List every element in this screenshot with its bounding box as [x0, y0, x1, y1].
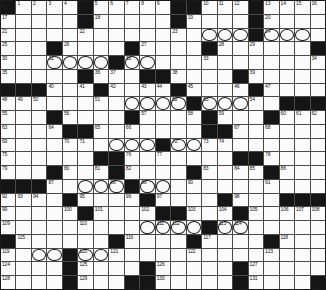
white-square[interactable] [94, 276, 108, 289]
white-square[interactable] [218, 15, 232, 28]
white-square[interactable]: 28 [218, 42, 232, 55]
white-square[interactable]: 117 [202, 235, 216, 248]
white-square[interactable] [16, 139, 30, 152]
white-square[interactable] [187, 221, 201, 234]
white-square[interactable]: 80 [63, 166, 77, 179]
white-square[interactable] [125, 207, 139, 220]
white-square[interactable] [280, 262, 294, 275]
white-square[interactable]: 3 [47, 1, 61, 14]
white-square[interactable] [47, 276, 61, 289]
white-square[interactable] [264, 262, 278, 275]
white-square[interactable] [109, 111, 123, 124]
white-square[interactable] [311, 15, 325, 28]
white-square[interactable] [187, 42, 201, 55]
white-square[interactable]: 8 [140, 1, 154, 14]
white-square[interactable]: 63 [1, 125, 15, 138]
white-square[interactable] [187, 139, 201, 152]
white-square[interactable]: 32 [125, 56, 139, 69]
white-square[interactable]: 23 [171, 29, 185, 42]
white-square[interactable] [295, 235, 309, 248]
white-square[interactable]: 43 [140, 84, 154, 97]
white-square[interactable]: 79 [1, 166, 15, 179]
white-square[interactable] [171, 152, 185, 165]
white-square[interactable] [280, 125, 294, 138]
white-square[interactable] [78, 235, 92, 248]
white-square[interactable] [47, 207, 61, 220]
white-square[interactable]: 105 [249, 207, 263, 220]
white-square[interactable]: 98 [233, 194, 247, 207]
white-square[interactable]: 12 [233, 1, 247, 14]
white-square[interactable]: 119 [1, 249, 15, 262]
white-square[interactable] [63, 84, 77, 97]
white-square[interactable] [78, 111, 92, 124]
white-square[interactable] [156, 42, 170, 55]
white-square[interactable] [249, 125, 263, 138]
white-square[interactable] [109, 139, 123, 152]
white-square[interactable]: 57 [140, 111, 154, 124]
white-square[interactable] [233, 97, 247, 110]
white-square[interactable]: 77 [156, 152, 170, 165]
white-square[interactable] [16, 221, 30, 234]
white-square[interactable] [218, 152, 232, 165]
white-square[interactable]: 19 [187, 15, 201, 28]
white-square[interactable]: 66 [125, 125, 139, 138]
white-square[interactable] [202, 207, 216, 220]
white-square[interactable]: 70 [63, 139, 77, 152]
white-square[interactable] [295, 125, 309, 138]
white-square[interactable] [32, 262, 46, 275]
white-square[interactable]: 49 [16, 97, 30, 110]
white-square[interactable]: 48 [1, 97, 15, 110]
white-square[interactable] [171, 235, 185, 248]
white-square[interactable] [156, 56, 170, 69]
white-square[interactable] [47, 97, 61, 110]
white-square[interactable] [171, 111, 185, 124]
white-square[interactable]: 61 [295, 111, 309, 124]
white-square[interactable] [94, 249, 108, 262]
white-square[interactable] [125, 249, 139, 262]
white-square[interactable] [16, 166, 30, 179]
white-square[interactable]: 102 [140, 207, 154, 220]
white-square[interactable] [295, 249, 309, 262]
white-square[interactable]: 55 [1, 111, 15, 124]
white-square[interactable]: 85 [249, 166, 263, 179]
white-square[interactable] [140, 29, 154, 42]
white-square[interactable] [78, 180, 92, 193]
white-square[interactable] [109, 207, 123, 220]
white-square[interactable]: 37 [109, 70, 123, 83]
white-square[interactable] [280, 15, 294, 28]
white-square[interactable] [32, 15, 46, 28]
white-square[interactable]: 83 [202, 166, 216, 179]
white-square[interactable] [94, 42, 108, 55]
white-square[interactable]: 124 [1, 262, 15, 275]
white-square[interactable] [171, 194, 185, 207]
white-square[interactable] [187, 194, 201, 207]
white-square[interactable] [295, 152, 309, 165]
white-square[interactable] [63, 97, 77, 110]
white-square[interactable] [295, 139, 309, 152]
white-square[interactable] [280, 249, 294, 262]
white-square[interactable] [47, 70, 61, 83]
white-square[interactable]: 17 [1, 15, 15, 28]
white-square[interactable] [16, 111, 30, 124]
white-square[interactable]: 123 [264, 249, 278, 262]
white-square[interactable] [94, 180, 108, 193]
white-square[interactable]: 107 [295, 207, 309, 220]
white-square[interactable] [78, 97, 92, 110]
white-square[interactable] [109, 15, 123, 28]
white-square[interactable] [202, 276, 216, 289]
white-square[interactable] [32, 29, 46, 42]
white-square[interactable] [280, 70, 294, 83]
white-square[interactable]: 91 [264, 180, 278, 193]
white-square[interactable]: 76 [125, 152, 139, 165]
white-square[interactable]: 127 [249, 262, 263, 275]
white-square[interactable] [109, 194, 123, 207]
white-square[interactable] [280, 84, 294, 97]
white-square[interactable]: 26 [63, 42, 77, 55]
white-square[interactable]: 92 [1, 194, 15, 207]
white-square[interactable] [47, 235, 61, 248]
white-square[interactable] [156, 15, 170, 28]
white-square[interactable] [140, 221, 154, 234]
white-square[interactable]: 74 [218, 139, 232, 152]
white-square[interactable] [32, 235, 46, 248]
white-square[interactable]: 40 [47, 84, 61, 97]
white-square[interactable] [218, 166, 232, 179]
white-square[interactable] [140, 15, 154, 28]
white-square[interactable]: 97 [156, 194, 170, 207]
white-square[interactable] [16, 276, 30, 289]
white-square[interactable] [202, 29, 216, 42]
white-square[interactable]: 72 [171, 139, 185, 152]
white-square[interactable]: 111 [156, 221, 170, 234]
white-square[interactable]: 73 [202, 139, 216, 152]
white-square[interactable] [202, 70, 216, 83]
white-square[interactable]: 104 [218, 207, 232, 220]
white-square[interactable]: 53 [202, 97, 216, 110]
white-square[interactable]: 109 [1, 221, 15, 234]
white-square[interactable] [125, 97, 139, 110]
white-square[interactable]: 51 [94, 97, 108, 110]
white-square[interactable] [94, 235, 108, 248]
white-square[interactable] [233, 42, 247, 55]
white-square[interactable] [295, 276, 309, 289]
white-square[interactable] [264, 207, 278, 220]
white-square[interactable] [218, 276, 232, 289]
white-square[interactable]: 68 [264, 125, 278, 138]
white-square[interactable]: 90 [187, 180, 201, 193]
white-square[interactable] [140, 249, 154, 262]
white-square[interactable]: 16 [311, 1, 325, 14]
white-square[interactable] [156, 235, 170, 248]
white-square[interactable]: 35 [1, 70, 15, 83]
white-square[interactable] [171, 125, 185, 138]
white-square[interactable]: 131 [249, 276, 263, 289]
white-square[interactable] [109, 42, 123, 55]
white-square[interactable] [140, 235, 154, 248]
white-square[interactable] [63, 70, 77, 83]
white-square[interactable] [78, 42, 92, 55]
white-square[interactable] [233, 56, 247, 69]
white-square[interactable] [63, 56, 77, 69]
white-square[interactable] [78, 166, 92, 179]
white-square[interactable] [249, 249, 263, 262]
white-square[interactable]: 64 [47, 125, 61, 138]
white-square[interactable]: 93 [16, 194, 30, 207]
white-square[interactable] [125, 84, 139, 97]
white-square[interactable] [47, 249, 61, 262]
white-square[interactable]: 59 [218, 111, 232, 124]
white-square[interactable] [32, 249, 46, 262]
white-square[interactable]: 21 [1, 29, 15, 42]
white-square[interactable]: 99 [1, 207, 15, 220]
white-square[interactable] [202, 15, 216, 28]
white-square[interactable] [311, 70, 325, 83]
white-square[interactable] [140, 125, 154, 138]
white-square[interactable]: 31 [47, 56, 61, 69]
white-square[interactable]: 96 [125, 194, 139, 207]
white-square[interactable] [280, 152, 294, 165]
white-square[interactable]: 78 [264, 152, 278, 165]
white-square[interactable] [109, 221, 123, 234]
white-square[interactable] [109, 125, 123, 138]
white-square[interactable] [63, 29, 77, 42]
white-square[interactable]: 86 [280, 166, 294, 179]
white-square[interactable] [280, 180, 294, 193]
white-square[interactable]: 115 [16, 235, 30, 248]
white-square[interactable] [109, 262, 123, 275]
white-square[interactable] [16, 125, 30, 138]
white-square[interactable]: 6 [109, 1, 123, 14]
white-square[interactable] [249, 194, 263, 207]
white-square[interactable]: 130 [156, 276, 170, 289]
white-square[interactable] [295, 56, 309, 69]
white-square[interactable] [109, 97, 123, 110]
white-square[interactable] [32, 42, 46, 55]
white-square[interactable] [233, 180, 247, 193]
white-square[interactable] [16, 42, 30, 55]
white-square[interactable]: 71 [78, 139, 92, 152]
white-square[interactable] [78, 56, 92, 69]
white-square[interactable]: 30 [1, 56, 15, 69]
white-square[interactable] [47, 221, 61, 234]
white-square[interactable] [264, 276, 278, 289]
white-square[interactable] [264, 42, 278, 55]
white-square[interactable] [47, 262, 61, 275]
white-square[interactable] [16, 56, 30, 69]
white-square[interactable]: 44 [156, 84, 170, 97]
white-square[interactable] [311, 29, 325, 42]
white-square[interactable]: 34 [311, 56, 325, 69]
white-square[interactable] [156, 29, 170, 42]
white-square[interactable] [47, 139, 61, 152]
white-square[interactable]: 116 [125, 235, 139, 248]
white-square[interactable] [202, 249, 216, 262]
white-square[interactable] [171, 249, 185, 262]
white-square[interactable] [249, 111, 263, 124]
white-square[interactable] [32, 166, 46, 179]
white-square[interactable]: 15 [295, 1, 309, 14]
white-square[interactable] [125, 70, 139, 83]
white-square[interactable]: 121 [109, 249, 123, 262]
white-square[interactable] [311, 180, 325, 193]
white-square[interactable] [311, 235, 325, 248]
white-square[interactable] [32, 111, 46, 124]
white-square[interactable] [125, 139, 139, 152]
white-square[interactable]: 95 [78, 194, 92, 207]
white-square[interactable] [32, 56, 46, 69]
white-square[interactable]: 82 [125, 166, 139, 179]
white-square[interactable] [125, 221, 139, 234]
white-square[interactable] [140, 97, 154, 110]
white-square[interactable] [171, 276, 185, 289]
white-square[interactable] [311, 139, 325, 152]
white-square[interactable] [295, 42, 309, 55]
white-square[interactable]: 20 [264, 15, 278, 28]
white-square[interactable] [280, 276, 294, 289]
white-square[interactable] [16, 70, 30, 83]
white-square[interactable] [32, 221, 46, 234]
white-square[interactable] [47, 15, 61, 28]
white-square[interactable]: 46 [233, 84, 247, 97]
white-square[interactable] [249, 235, 263, 248]
white-square[interactable] [94, 139, 108, 152]
white-square[interactable] [202, 262, 216, 275]
white-square[interactable]: 1 [16, 1, 30, 14]
white-square[interactable] [264, 70, 278, 83]
white-square[interactable]: 125 [78, 262, 92, 275]
white-square[interactable]: 27 [140, 42, 154, 55]
white-square[interactable] [63, 221, 77, 234]
white-square[interactable] [187, 152, 201, 165]
white-square[interactable] [47, 194, 61, 207]
white-square[interactable]: 110 [78, 221, 92, 234]
white-square[interactable] [171, 262, 185, 275]
white-square[interactable]: 2 [32, 1, 46, 14]
white-square[interactable]: 75 [1, 152, 15, 165]
white-square[interactable] [16, 249, 30, 262]
white-square[interactable] [171, 56, 185, 69]
white-square[interactable] [156, 249, 170, 262]
white-square[interactable]: 25 [1, 42, 15, 55]
white-square[interactable] [218, 235, 232, 248]
white-square[interactable] [32, 70, 46, 83]
white-square[interactable] [280, 221, 294, 234]
white-square[interactable]: 42 [109, 84, 123, 97]
white-square[interactable]: 56 [63, 111, 77, 124]
white-square[interactable] [202, 84, 216, 97]
white-square[interactable]: 101 [94, 207, 108, 220]
white-square[interactable] [295, 15, 309, 28]
white-square[interactable]: 18 [94, 15, 108, 28]
white-square[interactable]: 7 [125, 1, 139, 14]
white-square[interactable] [264, 221, 278, 234]
white-square[interactable]: 52 [171, 97, 185, 110]
white-square[interactable] [218, 84, 232, 97]
white-square[interactable] [32, 139, 46, 152]
white-square[interactable]: 58 [187, 111, 201, 124]
white-square[interactable] [171, 42, 185, 55]
white-square[interactable]: 24 [264, 29, 278, 42]
white-square[interactable] [187, 125, 201, 138]
white-square[interactable] [264, 194, 278, 207]
white-square[interactable] [140, 56, 154, 69]
white-square[interactable]: 67 [233, 125, 247, 138]
white-square[interactable] [94, 262, 108, 275]
white-square[interactable] [295, 180, 309, 193]
white-square[interactable] [32, 276, 46, 289]
white-square[interactable] [202, 152, 216, 165]
white-square[interactable]: 100 [63, 207, 77, 220]
white-square[interactable]: 120 [78, 249, 92, 262]
white-square[interactable] [280, 42, 294, 55]
white-square[interactable] [94, 29, 108, 42]
white-square[interactable] [218, 180, 232, 193]
white-square[interactable]: 118 [280, 235, 294, 248]
white-square[interactable] [218, 29, 232, 42]
white-square[interactable] [233, 29, 247, 42]
white-square[interactable]: 94 [32, 194, 46, 207]
white-square[interactable] [32, 125, 46, 138]
white-square[interactable] [295, 166, 309, 179]
white-square[interactable] [63, 152, 77, 165]
white-square[interactable] [16, 15, 30, 28]
white-square[interactable]: 29 [249, 42, 263, 55]
white-square[interactable] [140, 166, 154, 179]
white-square[interactable] [311, 249, 325, 262]
white-square[interactable] [156, 97, 170, 110]
white-square[interactable] [233, 111, 247, 124]
white-square[interactable] [202, 180, 216, 193]
white-square[interactable]: 114 [233, 221, 247, 234]
white-square[interactable] [78, 152, 92, 165]
white-square[interactable]: 65 [94, 125, 108, 138]
white-square[interactable] [63, 235, 77, 248]
white-square[interactable] [311, 84, 325, 97]
white-square[interactable] [280, 56, 294, 69]
white-square[interactable]: 5 [94, 1, 108, 14]
white-square[interactable] [171, 166, 185, 179]
white-square[interactable]: 60 [280, 111, 294, 124]
white-square[interactable] [109, 29, 123, 42]
white-square[interactable] [218, 262, 232, 275]
white-square[interactable] [63, 180, 77, 193]
white-square[interactable]: 89 [140, 180, 154, 193]
white-square[interactable] [94, 111, 108, 124]
white-square[interactable] [280, 29, 294, 42]
white-square[interactable] [218, 70, 232, 83]
white-square[interactable] [233, 235, 247, 248]
white-square[interactable]: 126 [156, 262, 170, 275]
white-square[interactable]: 129 [78, 276, 92, 289]
white-square[interactable]: 122 [187, 249, 201, 262]
white-square[interactable] [32, 207, 46, 220]
white-square[interactable] [249, 180, 263, 193]
white-square[interactable]: 22 [78, 29, 92, 42]
white-square[interactable] [16, 152, 30, 165]
white-square[interactable] [156, 125, 170, 138]
white-square[interactable]: 113 [218, 221, 232, 234]
white-square[interactable] [249, 139, 263, 152]
white-square[interactable] [156, 166, 170, 179]
white-square[interactable]: 112 [171, 221, 185, 234]
white-square[interactable] [47, 29, 61, 42]
white-square[interactable] [202, 194, 216, 207]
white-square[interactable] [264, 56, 278, 69]
white-square[interactable] [187, 262, 201, 275]
